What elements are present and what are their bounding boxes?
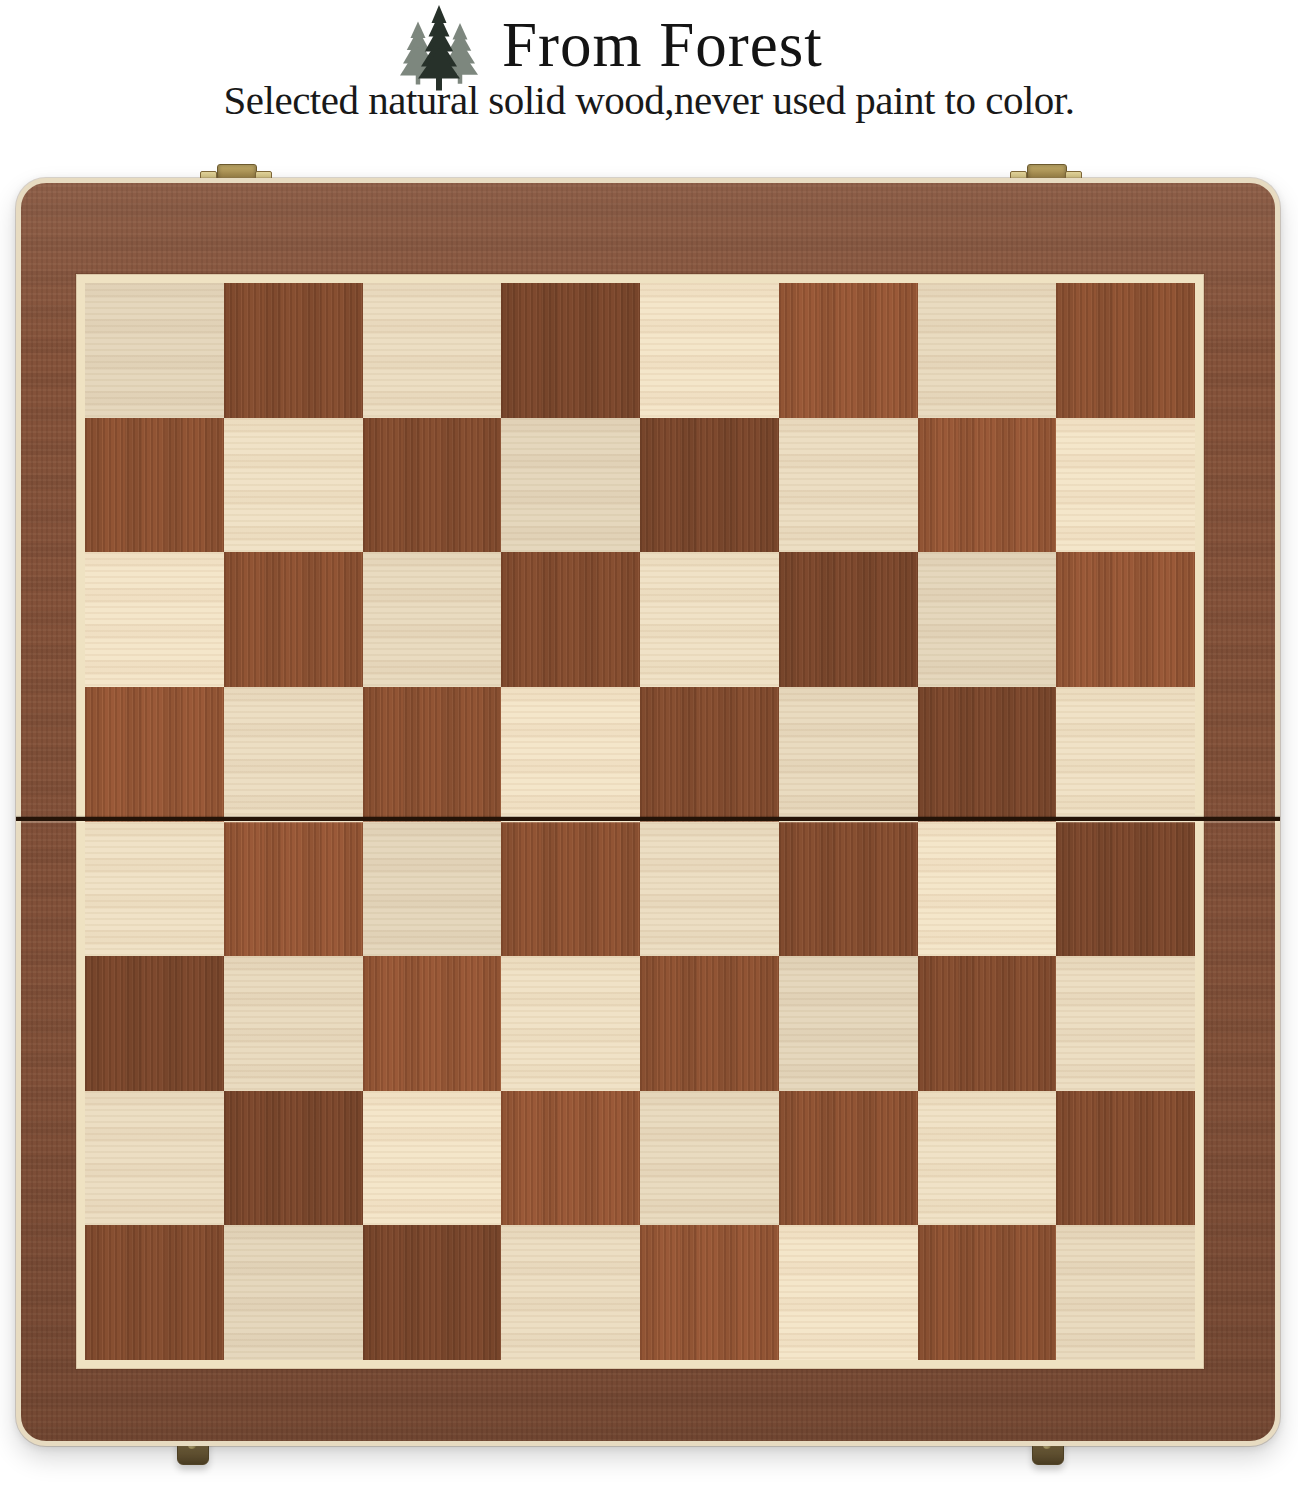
fold-seam [16,817,1280,821]
square-g5 [918,687,1057,822]
square-b4 [224,822,363,957]
square-f3 [779,956,918,1091]
square-d2 [501,1091,640,1226]
square-h4 [1056,822,1195,957]
square-c4 [363,822,502,957]
header: From Forest Selected natural solid wood,… [0,0,1298,150]
square-g2 [918,1091,1057,1226]
square-f5 [779,687,918,822]
square-c6 [363,552,502,687]
square-a2 [85,1091,224,1226]
square-b7 [224,418,363,553]
square-a4 [85,822,224,957]
square-c8 [363,283,502,418]
square-c5 [363,687,502,822]
square-a7 [85,418,224,553]
square-a3 [85,956,224,1091]
square-g7 [918,418,1057,553]
square-h7 [1056,418,1195,553]
hinge-tab-icon [1010,171,1027,184]
square-b1 [224,1225,363,1360]
hinge-pin-icon [188,1441,196,1449]
square-d5 [501,687,640,822]
square-h8 [1056,283,1195,418]
square-h1 [1056,1225,1195,1360]
hinge-tab-icon [200,171,217,184]
hinge-plate-icon [217,164,257,187]
square-b6 [224,552,363,687]
square-f6 [779,552,918,687]
square-f8 [779,283,918,418]
square-d7 [501,418,640,553]
square-e4 [640,822,779,957]
square-g1 [918,1225,1057,1360]
back-hinge-foot-right [1032,1433,1064,1465]
square-a8 [85,283,224,418]
square-e8 [640,283,779,418]
square-h6 [1056,552,1195,687]
square-a1 [85,1225,224,1360]
square-f4 [779,822,918,957]
square-c1 [363,1225,502,1360]
board-grid [85,283,1195,1360]
hinge-plate-icon [1027,164,1067,187]
latch-hinge-right [1010,162,1082,186]
square-a5 [85,687,224,822]
square-e1 [640,1225,779,1360]
square-g8 [918,283,1057,418]
square-e5 [640,687,779,822]
square-e2 [640,1091,779,1226]
hinge-tab-icon [1065,171,1082,184]
square-b5 [224,687,363,822]
square-h2 [1056,1091,1195,1226]
square-h5 [1056,687,1195,822]
tagline: Selected natural solid wood,never used p… [0,76,1298,124]
chess-board [16,178,1280,1446]
square-e3 [640,956,779,1091]
square-c2 [363,1091,502,1226]
square-c7 [363,418,502,553]
square-c3 [363,956,502,1091]
square-h3 [1056,956,1195,1091]
square-d8 [501,283,640,418]
square-e6 [640,552,779,687]
square-d6 [501,552,640,687]
square-f2 [779,1091,918,1226]
latch-hinge-left [200,162,272,186]
hinge-pin-icon [1043,1441,1051,1449]
square-b3 [224,956,363,1091]
square-d4 [501,822,640,957]
back-hinge-foot-left [177,1433,209,1465]
square-b2 [224,1091,363,1226]
square-a6 [85,552,224,687]
square-g6 [918,552,1057,687]
square-d3 [501,956,640,1091]
square-b8 [224,283,363,418]
square-f1 [779,1225,918,1360]
square-g4 [918,822,1057,957]
square-d1 [501,1225,640,1360]
hinge-tab-icon [255,171,272,184]
square-g3 [918,956,1057,1091]
square-e7 [640,418,779,553]
square-f7 [779,418,918,553]
